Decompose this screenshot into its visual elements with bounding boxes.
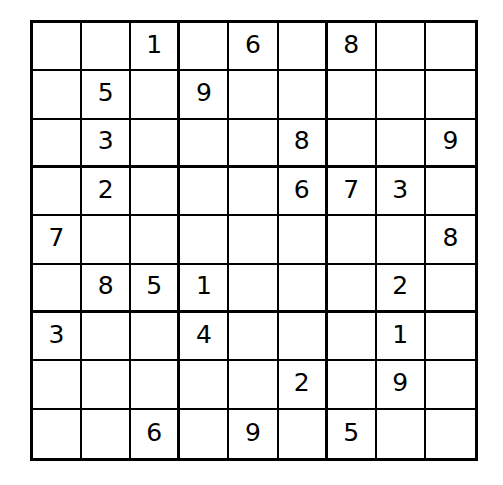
cell-r1c7[interactable]: 8 bbox=[328, 23, 377, 71]
cell-r3c7[interactable] bbox=[328, 120, 377, 168]
cell-r8c2[interactable] bbox=[82, 361, 131, 409]
cell-r1c2[interactable] bbox=[82, 23, 131, 71]
cell-r7c8[interactable]: 1 bbox=[377, 313, 426, 361]
cell-r8c8[interactable]: 9 bbox=[377, 361, 426, 409]
cell-r3c5[interactable] bbox=[229, 120, 278, 168]
cell-r4c4[interactable] bbox=[180, 168, 229, 216]
cell-r7c1[interactable]: 3 bbox=[33, 313, 82, 361]
cell-r4c6[interactable]: 6 bbox=[279, 168, 328, 216]
cell-r6c4[interactable]: 1 bbox=[180, 265, 229, 313]
cell-r3c9[interactable]: 9 bbox=[426, 120, 475, 168]
cell-r9c9[interactable] bbox=[426, 410, 475, 458]
cell-r9c7[interactable]: 5 bbox=[328, 410, 377, 458]
cell-r7c2[interactable] bbox=[82, 313, 131, 361]
cell-r7c9[interactable] bbox=[426, 313, 475, 361]
cell-r6c2[interactable]: 8 bbox=[82, 265, 131, 313]
cell-r7c5[interactable] bbox=[229, 313, 278, 361]
cell-r3c6[interactable]: 8 bbox=[279, 120, 328, 168]
cell-r7c4[interactable]: 4 bbox=[180, 313, 229, 361]
cell-r7c6[interactable] bbox=[279, 313, 328, 361]
cell-r6c5[interactable] bbox=[229, 265, 278, 313]
cell-r2c8[interactable] bbox=[377, 71, 426, 119]
cell-r9c4[interactable] bbox=[180, 410, 229, 458]
cell-r4c8[interactable]: 3 bbox=[377, 168, 426, 216]
cell-r1c6[interactable] bbox=[279, 23, 328, 71]
cell-r4c2[interactable]: 2 bbox=[82, 168, 131, 216]
cell-r9c2[interactable] bbox=[82, 410, 131, 458]
cell-r7c7[interactable] bbox=[328, 313, 377, 361]
cell-r1c8[interactable] bbox=[377, 23, 426, 71]
cell-r8c1[interactable] bbox=[33, 361, 82, 409]
cell-r2c4[interactable]: 9 bbox=[180, 71, 229, 119]
cell-r2c9[interactable] bbox=[426, 71, 475, 119]
cell-r6c3[interactable]: 5 bbox=[131, 265, 180, 313]
cell-r3c1[interactable] bbox=[33, 120, 82, 168]
cell-r6c7[interactable] bbox=[328, 265, 377, 313]
cell-r5c4[interactable] bbox=[180, 216, 229, 264]
cell-r5c5[interactable] bbox=[229, 216, 278, 264]
cell-r3c3[interactable] bbox=[131, 120, 180, 168]
cell-r8c7[interactable] bbox=[328, 361, 377, 409]
cell-r4c9[interactable] bbox=[426, 168, 475, 216]
cell-r4c5[interactable] bbox=[229, 168, 278, 216]
cell-r1c3[interactable]: 1 bbox=[131, 23, 180, 71]
cell-r8c4[interactable] bbox=[180, 361, 229, 409]
cell-r8c9[interactable] bbox=[426, 361, 475, 409]
cell-r9c5[interactable]: 9 bbox=[229, 410, 278, 458]
cell-r3c4[interactable] bbox=[180, 120, 229, 168]
cell-r7c3[interactable] bbox=[131, 313, 180, 361]
cell-r1c1[interactable] bbox=[33, 23, 82, 71]
cell-r5c6[interactable] bbox=[279, 216, 328, 264]
cell-r6c6[interactable] bbox=[279, 265, 328, 313]
cell-r9c8[interactable] bbox=[377, 410, 426, 458]
cell-r2c2[interactable]: 5 bbox=[82, 71, 131, 119]
cell-r1c4[interactable] bbox=[180, 23, 229, 71]
cell-r6c8[interactable]: 2 bbox=[377, 265, 426, 313]
cell-r1c5[interactable]: 6 bbox=[229, 23, 278, 71]
cell-r5c3[interactable] bbox=[131, 216, 180, 264]
cell-r5c1[interactable]: 7 bbox=[33, 216, 82, 264]
cell-r5c9[interactable]: 8 bbox=[426, 216, 475, 264]
cell-r4c1[interactable] bbox=[33, 168, 82, 216]
cell-r5c7[interactable] bbox=[328, 216, 377, 264]
cell-r8c5[interactable] bbox=[229, 361, 278, 409]
cell-r2c6[interactable] bbox=[279, 71, 328, 119]
cell-r1c9[interactable] bbox=[426, 23, 475, 71]
cell-r9c3[interactable]: 6 bbox=[131, 410, 180, 458]
cell-r5c8[interactable] bbox=[377, 216, 426, 264]
cell-r2c1[interactable] bbox=[33, 71, 82, 119]
cell-r6c9[interactable] bbox=[426, 265, 475, 313]
cell-r2c7[interactable] bbox=[328, 71, 377, 119]
cell-r8c6[interactable]: 2 bbox=[279, 361, 328, 409]
cell-r2c5[interactable] bbox=[229, 71, 278, 119]
cell-r9c1[interactable] bbox=[33, 410, 82, 458]
cell-r4c3[interactable] bbox=[131, 168, 180, 216]
cell-r8c3[interactable] bbox=[131, 361, 180, 409]
cell-r3c2[interactable]: 3 bbox=[82, 120, 131, 168]
cell-r4c7[interactable]: 7 bbox=[328, 168, 377, 216]
cell-r3c8[interactable] bbox=[377, 120, 426, 168]
cell-r9c6[interactable] bbox=[279, 410, 328, 458]
cell-r6c1[interactable] bbox=[33, 265, 82, 313]
cell-r5c2[interactable] bbox=[82, 216, 131, 264]
sudoku-board: 16859389267378851234129695 bbox=[30, 20, 478, 461]
cell-r2c3[interactable] bbox=[131, 71, 180, 119]
